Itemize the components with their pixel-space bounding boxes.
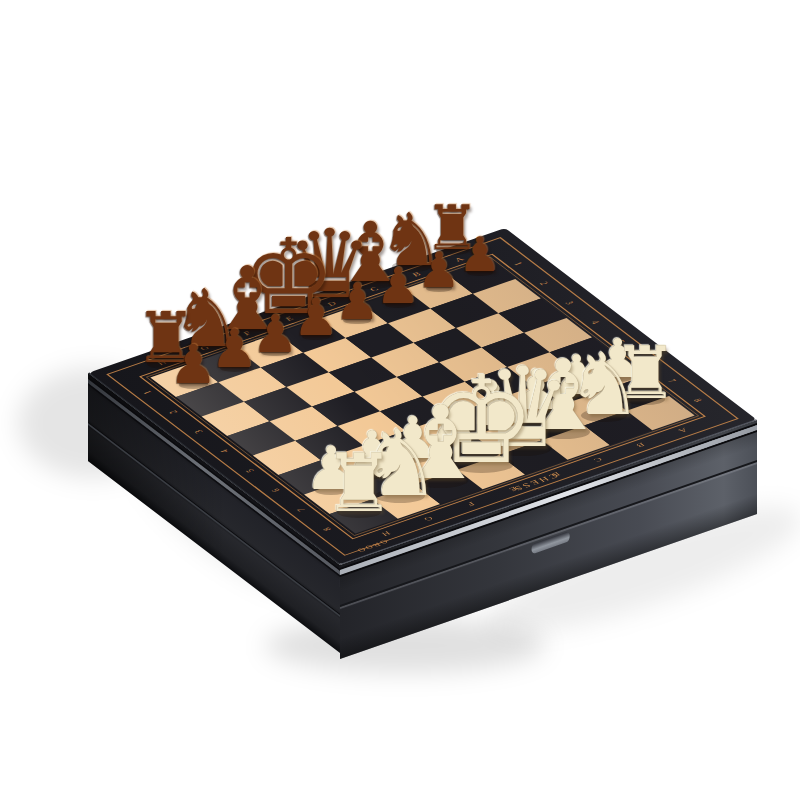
piece-light-rook-h8[interactable]: ♜ (319, 443, 400, 524)
rank-label-left-3: 3 (188, 426, 211, 437)
file-label-bottom-b: B (629, 439, 652, 450)
rank-label-right-1: 1 (507, 258, 530, 269)
file-label-bottom-c: C (587, 454, 610, 465)
rank-label-left-2: 2 (162, 406, 185, 417)
file-label-bottom-a: A (671, 424, 694, 435)
piece-dark-pawn-h2[interactable]: ♟ (166, 338, 220, 392)
rank-label-left-7: 7 (290, 504, 313, 515)
rank-label-right-3: 3 (558, 297, 581, 308)
rank-label-left-5: 5 (239, 465, 262, 476)
rank-label-left-1: 1 (136, 387, 159, 398)
rank-label-right-2: 2 (532, 278, 555, 289)
product-photo-scene: HH11GG22FF33EE44DD55CC66BB77AA88 CHESS G… (0, 0, 800, 800)
rank-label-right-8: 8 (686, 395, 709, 406)
rank-label-left-4: 4 (213, 445, 236, 456)
rank-label-left-6: 6 (264, 484, 287, 495)
rank-label-right-4: 4 (584, 317, 607, 328)
